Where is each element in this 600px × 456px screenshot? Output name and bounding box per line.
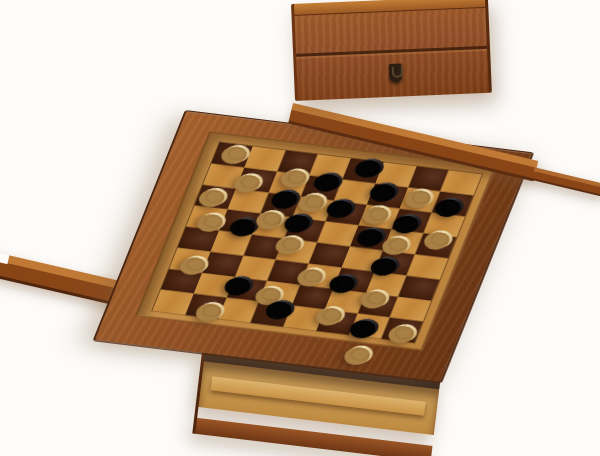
right-ledge-step bbox=[532, 167, 600, 196]
box-clasp bbox=[389, 63, 403, 83]
wooden-storage-box bbox=[291, 0, 492, 101]
photograph-checkers-compendium: Overhead photograph of an antique wooden… bbox=[0, 0, 600, 456]
